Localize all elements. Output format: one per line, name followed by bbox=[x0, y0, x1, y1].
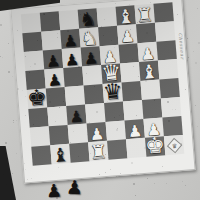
square-c6[interactable]: ♟ bbox=[62, 48, 82, 68]
photo-canvas: ♞♝♜♟♞♟♟♟♟♟♟♟♛♝♚♛♟♟♟♟♝♜♚♛ Chesseur ♟♟ bbox=[0, 0, 200, 200]
square-b8[interactable] bbox=[40, 11, 60, 31]
brand-text: Chesseur bbox=[178, 33, 185, 60]
piece-white-bishop-g5[interactable]: ♝ bbox=[140, 62, 158, 82]
square-b5[interactable]: ♟ bbox=[44, 68, 64, 88]
square-d3[interactable] bbox=[85, 103, 105, 123]
piece-black-king-a4[interactable]: ♚ bbox=[26, 86, 47, 109]
square-e2[interactable] bbox=[106, 120, 126, 140]
square-g1[interactable]: ♚ bbox=[145, 136, 165, 156]
piece-white-bishop-f8[interactable]: ♝ bbox=[117, 6, 135, 26]
square-h8[interactable] bbox=[153, 2, 173, 22]
captured-black-pawn-2[interactable]: ♟ bbox=[66, 178, 84, 198]
square-g3[interactable] bbox=[142, 98, 162, 118]
square-f7[interactable]: ♟ bbox=[117, 24, 137, 44]
piece-white-pawn-f7[interactable]: ♟ bbox=[120, 28, 136, 45]
piece-black-pawn-c6[interactable]: ♟ bbox=[64, 52, 80, 69]
captured-pieces-tray: ♟♟ bbox=[38, 173, 108, 200]
square-c7[interactable]: ♟ bbox=[60, 29, 80, 49]
square-b7[interactable] bbox=[41, 30, 61, 50]
piece-black-pawn-c3[interactable]: ♟ bbox=[69, 109, 85, 126]
square-f2[interactable]: ♟ bbox=[124, 119, 144, 139]
square-f3[interactable] bbox=[123, 100, 143, 120]
piece-white-rook-g8[interactable]: ♜ bbox=[136, 5, 154, 25]
square-a6[interactable] bbox=[24, 51, 44, 71]
piece-black-pawn-b6[interactable]: ♟ bbox=[45, 53, 61, 70]
square-e8[interactable] bbox=[97, 7, 117, 27]
square-h5[interactable] bbox=[158, 59, 178, 79]
square-h1[interactable]: ♛ bbox=[164, 135, 184, 155]
square-b1[interactable]: ♝ bbox=[50, 144, 70, 164]
piece-black-pawn-c7[interactable]: ♟ bbox=[63, 33, 79, 50]
piece-black-pawn-b5[interactable]: ♟ bbox=[47, 72, 63, 89]
square-c4[interactable] bbox=[65, 86, 85, 106]
square-d1[interactable]: ♜ bbox=[88, 141, 108, 161]
square-a4[interactable]: ♚ bbox=[27, 88, 47, 108]
square-g8[interactable]: ♜ bbox=[134, 4, 154, 24]
square-h3[interactable] bbox=[161, 97, 181, 117]
piece-white-king-g1[interactable]: ♚ bbox=[144, 134, 165, 157]
square-f4[interactable] bbox=[122, 81, 142, 101]
square-e7[interactable] bbox=[98, 26, 118, 46]
brand-logo-icon: ♛ bbox=[166, 137, 182, 153]
square-c8[interactable] bbox=[59, 10, 79, 30]
square-b3[interactable] bbox=[47, 106, 67, 126]
piece-white-knight-d7[interactable]: ♞ bbox=[80, 28, 98, 48]
square-e1[interactable] bbox=[107, 139, 127, 159]
piece-black-bishop-b1[interactable]: ♝ bbox=[51, 145, 69, 165]
board-grid: ♞♝♜♟♞♟♟♟♟♟♟♟♛♝♚♛♟♟♟♟♝♜♚♛ bbox=[21, 2, 184, 165]
board-wrap: ♞♝♜♟♞♟♟♟♟♟♟♟♛♝♚♛♟♟♟♟♝♜♚♛ Chesseur bbox=[10, 0, 195, 183]
square-d7[interactable]: ♞ bbox=[79, 27, 99, 47]
chess-board: ♞♝♜♟♞♟♟♟♟♟♟♟♛♝♚♛♟♟♟♟♝♜♚♛ Chesseur bbox=[10, 0, 195, 183]
square-h7[interactable] bbox=[155, 21, 175, 41]
square-b6[interactable]: ♟ bbox=[43, 49, 63, 69]
square-d4[interactable] bbox=[84, 84, 104, 104]
square-h2[interactable] bbox=[162, 116, 182, 136]
square-f5[interactable] bbox=[120, 62, 140, 82]
square-a7[interactable] bbox=[22, 32, 42, 52]
square-f8[interactable]: ♝ bbox=[116, 5, 136, 25]
square-e4[interactable]: ♛ bbox=[103, 83, 123, 103]
square-c3[interactable]: ♟ bbox=[66, 104, 86, 124]
piece-white-pawn-f2[interactable]: ♟ bbox=[127, 123, 143, 140]
square-h6[interactable] bbox=[156, 40, 176, 60]
square-c1[interactable] bbox=[69, 142, 89, 162]
piece-black-pawn-d6[interactable]: ♟ bbox=[83, 50, 99, 67]
square-a8[interactable] bbox=[21, 13, 41, 33]
square-a2[interactable] bbox=[30, 126, 50, 146]
square-d6[interactable]: ♟ bbox=[81, 46, 101, 66]
square-g5[interactable]: ♝ bbox=[139, 61, 159, 81]
square-a1[interactable] bbox=[31, 145, 51, 165]
piece-black-queen-e4[interactable]: ♛ bbox=[102, 81, 123, 104]
square-h4[interactable] bbox=[159, 78, 179, 98]
captured-black-pawn-1[interactable]: ♟ bbox=[46, 182, 63, 200]
piece-white-rook-d1[interactable]: ♜ bbox=[89, 142, 107, 162]
